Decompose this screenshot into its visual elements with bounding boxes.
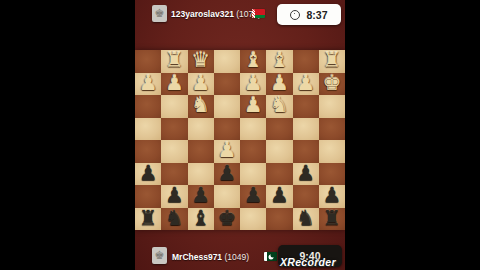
piece-wP: ♟: [139, 73, 158, 94]
square-c1[interactable]: ♛: [188, 50, 214, 73]
clock-icon: [290, 10, 300, 20]
square-e5[interactable]: [240, 140, 266, 163]
square-d6[interactable]: ♟: [214, 163, 240, 186]
square-b5[interactable]: [161, 140, 187, 163]
piece-bP: ♟: [322, 185, 341, 206]
piece-bR: ♜: [139, 208, 158, 229]
square-d3[interactable]: [214, 95, 240, 118]
square-h4[interactable]: [319, 118, 345, 141]
square-f2[interactable]: ♟: [266, 73, 292, 96]
chess-board: ♜♛♝♝♜♟♟♟♟♟♟♚♞♟♞♟♟♟♟♟♟♟♟♟♜♞♝♚♞♜: [135, 50, 345, 230]
square-e6[interactable]: [240, 163, 266, 186]
square-g8[interactable]: ♞: [293, 208, 319, 231]
square-g7[interactable]: [293, 185, 319, 208]
square-a7[interactable]: [135, 185, 161, 208]
flag-crescent: [269, 254, 274, 259]
piece-wR: ♜: [165, 50, 184, 71]
square-a2[interactable]: ♟: [135, 73, 161, 96]
piece-bP: ♟: [165, 185, 184, 206]
square-g3[interactable]: [293, 95, 319, 118]
piece-bP: ♟: [139, 163, 158, 184]
top-player-bar: ♚ 123yaroslav321 (1073) 8:37: [135, 0, 345, 28]
square-h2[interactable]: ♚: [319, 73, 345, 96]
square-e7[interactable]: ♟: [240, 185, 266, 208]
square-a1[interactable]: [135, 50, 161, 73]
square-f8[interactable]: [266, 208, 292, 231]
square-b4[interactable]: [161, 118, 187, 141]
piece-wP: ♟: [244, 95, 263, 116]
piece-bK: ♚: [217, 208, 236, 229]
square-a6[interactable]: ♟: [135, 163, 161, 186]
pillarbox-right: [345, 0, 480, 270]
xrecorder-watermark: XRecorder: [280, 256, 336, 268]
square-b1[interactable]: ♜: [161, 50, 187, 73]
square-f4[interactable]: [266, 118, 292, 141]
square-a4[interactable]: [135, 118, 161, 141]
square-d2[interactable]: [214, 73, 240, 96]
piece-wQ: ♛: [191, 50, 210, 71]
square-a5[interactable]: [135, 140, 161, 163]
piece-wR: ♜: [322, 50, 341, 71]
piece-wP: ♟: [217, 140, 236, 161]
square-b7[interactable]: ♟: [161, 185, 187, 208]
square-c7[interactable]: ♟: [188, 185, 214, 208]
square-f7[interactable]: ♟: [266, 185, 292, 208]
chess-piece-avatar-icon: ♚: [155, 7, 165, 20]
bottom-player-rating: (1049): [224, 252, 249, 262]
square-d7[interactable]: [214, 185, 240, 208]
square-a3[interactable]: [135, 95, 161, 118]
square-a8[interactable]: ♜: [135, 208, 161, 231]
piece-bP: ♟: [296, 163, 315, 184]
square-g1[interactable]: [293, 50, 319, 73]
square-d4[interactable]: [214, 118, 240, 141]
top-player-flag-belarus: [252, 9, 265, 18]
piece-wK: ♚: [322, 73, 341, 94]
square-c5[interactable]: [188, 140, 214, 163]
square-e2[interactable]: ♟: [240, 73, 266, 96]
square-h5[interactable]: [319, 140, 345, 163]
piece-bN: ♞: [296, 208, 315, 229]
chess-app-area: ♚ 123yaroslav321 (1073) 8:37 ♜♛♝♝♜♟♟♟♟♟♟…: [135, 0, 345, 270]
bottom-player-avatar: ♚: [152, 247, 167, 264]
top-clock-time: 8:37: [306, 9, 327, 21]
piece-bP: ♟: [270, 185, 289, 206]
piece-wP: ♟: [244, 73, 263, 94]
square-f5[interactable]: [266, 140, 292, 163]
square-h6[interactable]: [319, 163, 345, 186]
square-h7[interactable]: ♟: [319, 185, 345, 208]
square-g2[interactable]: ♟: [293, 73, 319, 96]
square-d8[interactable]: ♚: [214, 208, 240, 231]
square-h1[interactable]: ♜: [319, 50, 345, 73]
piece-wP: ♟: [296, 73, 315, 94]
piece-wB: ♝: [270, 50, 289, 71]
pillarbox-left: [0, 0, 135, 270]
square-f1[interactable]: ♝: [266, 50, 292, 73]
top-player-name: 123yaroslav321 (1073): [171, 9, 261, 19]
square-d1[interactable]: [214, 50, 240, 73]
piece-bP: ♟: [244, 185, 263, 206]
bottom-player-flag-pakistan: [264, 252, 277, 261]
app-screen: ♚ 123yaroslav321 (1073) 8:37 ♜♛♝♝♜♟♟♟♟♟♟…: [0, 0, 480, 270]
square-f6[interactable]: [266, 163, 292, 186]
square-b6[interactable]: [161, 163, 187, 186]
square-b2[interactable]: ♟: [161, 73, 187, 96]
square-d5[interactable]: ♟: [214, 140, 240, 163]
square-h8[interactable]: ♜: [319, 208, 345, 231]
square-c4[interactable]: [188, 118, 214, 141]
square-e1[interactable]: ♝: [240, 50, 266, 73]
square-c6[interactable]: [188, 163, 214, 186]
square-f3[interactable]: ♞: [266, 95, 292, 118]
top-player-name-text: 123yaroslav321: [171, 9, 234, 19]
square-b3[interactable]: [161, 95, 187, 118]
chess-piece-avatar-icon: ♚: [155, 249, 165, 262]
square-g6[interactable]: ♟: [293, 163, 319, 186]
piece-wP: ♟: [165, 73, 184, 94]
square-e4[interactable]: [240, 118, 266, 141]
square-g4[interactable]: [293, 118, 319, 141]
bottom-player-name: MrChess971 (1049): [172, 252, 249, 262]
piece-bR: ♜: [322, 208, 341, 229]
piece-wB: ♝: [244, 50, 263, 71]
piece-wN: ♞: [270, 95, 289, 116]
piece-wN: ♞: [191, 95, 210, 116]
square-c3[interactable]: ♞: [188, 95, 214, 118]
piece-bN: ♞: [165, 208, 184, 229]
square-g5[interactable]: [293, 140, 319, 163]
bottom-player-name-text: MrChess971: [172, 252, 222, 262]
top-player-avatar: ♚: [152, 5, 167, 22]
piece-wP: ♟: [270, 73, 289, 94]
top-player-clock: 8:37: [277, 4, 341, 25]
piece-bP: ♟: [191, 185, 210, 206]
square-e3[interactable]: ♟: [240, 95, 266, 118]
piece-bP: ♟: [217, 163, 236, 184]
square-h3[interactable]: [319, 95, 345, 118]
square-e8[interactable]: [240, 208, 266, 231]
piece-bB: ♝: [191, 208, 210, 229]
square-c8[interactable]: ♝: [188, 208, 214, 231]
flag-hoist-pattern: [252, 9, 255, 18]
piece-wP: ♟: [191, 73, 210, 94]
flag-hoist-stripe: [264, 252, 267, 261]
square-b8[interactable]: ♞: [161, 208, 187, 231]
square-c2[interactable]: ♟: [188, 73, 214, 96]
